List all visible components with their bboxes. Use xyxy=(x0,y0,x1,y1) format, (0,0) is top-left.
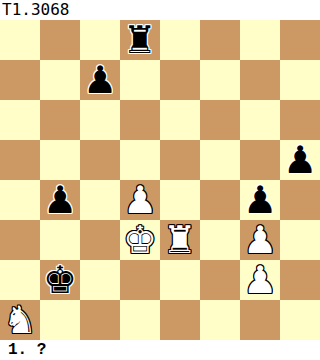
square-f4[interactable] xyxy=(200,180,240,220)
black-king[interactable]: ♚ xyxy=(43,261,77,299)
square-f7[interactable] xyxy=(200,60,240,100)
square-h3[interactable] xyxy=(280,220,320,260)
square-g2[interactable]: ♟ xyxy=(240,260,280,300)
black-rook[interactable]: ♜ xyxy=(123,21,157,59)
square-h5[interactable]: ♟ xyxy=(280,140,320,180)
square-e1[interactable] xyxy=(160,300,200,340)
square-c1[interactable] xyxy=(80,300,120,340)
black-pawn[interactable]: ♟ xyxy=(83,61,117,99)
square-d6[interactable] xyxy=(120,100,160,140)
square-a2[interactable] xyxy=(0,260,40,300)
square-e2[interactable] xyxy=(160,260,200,300)
black-pawn[interactable]: ♟ xyxy=(43,181,77,219)
chess-board: ♜♟♟♟♟♟♚♜♟♚♟♞ xyxy=(0,20,320,340)
square-a7[interactable] xyxy=(0,60,40,100)
square-a1[interactable]: ♞ xyxy=(0,300,40,340)
square-g3[interactable]: ♟ xyxy=(240,220,280,260)
square-c3[interactable] xyxy=(80,220,120,260)
square-b5[interactable] xyxy=(40,140,80,180)
white-pawn[interactable]: ♟ xyxy=(243,221,277,259)
square-d3[interactable]: ♚ xyxy=(120,220,160,260)
square-a5[interactable] xyxy=(0,140,40,180)
square-b7[interactable] xyxy=(40,60,80,100)
square-g1[interactable] xyxy=(240,300,280,340)
square-f5[interactable] xyxy=(200,140,240,180)
square-d1[interactable] xyxy=(120,300,160,340)
square-f3[interactable] xyxy=(200,220,240,260)
white-rook[interactable]: ♜ xyxy=(163,221,197,259)
square-d7[interactable] xyxy=(120,60,160,100)
square-e6[interactable] xyxy=(160,100,200,140)
square-h6[interactable] xyxy=(280,100,320,140)
white-knight[interactable]: ♞ xyxy=(3,301,37,339)
square-f6[interactable] xyxy=(200,100,240,140)
square-d8[interactable]: ♜ xyxy=(120,20,160,60)
square-b4[interactable]: ♟ xyxy=(40,180,80,220)
square-f1[interactable] xyxy=(200,300,240,340)
square-c6[interactable] xyxy=(80,100,120,140)
square-d4[interactable]: ♟ xyxy=(120,180,160,220)
puzzle-title: T1.3068 xyxy=(0,0,320,20)
square-b6[interactable] xyxy=(40,100,80,140)
puzzle-page: T1.3068 ♜♟♟♟♟♟♚♜♟♚♟♞ 1. ? xyxy=(0,0,320,360)
square-g4[interactable]: ♟ xyxy=(240,180,280,220)
square-h8[interactable] xyxy=(280,20,320,60)
square-g6[interactable] xyxy=(240,100,280,140)
square-c4[interactable] xyxy=(80,180,120,220)
square-c2[interactable] xyxy=(80,260,120,300)
square-d2[interactable] xyxy=(120,260,160,300)
square-d5[interactable] xyxy=(120,140,160,180)
square-a6[interactable] xyxy=(0,100,40,140)
square-f8[interactable] xyxy=(200,20,240,60)
square-g7[interactable] xyxy=(240,60,280,100)
square-c8[interactable] xyxy=(80,20,120,60)
square-b2[interactable]: ♚ xyxy=(40,260,80,300)
square-a4[interactable] xyxy=(0,180,40,220)
square-h2[interactable] xyxy=(280,260,320,300)
move-prompt: 1. ? xyxy=(0,340,320,360)
square-c7[interactable]: ♟ xyxy=(80,60,120,100)
square-g8[interactable] xyxy=(240,20,280,60)
square-e3[interactable]: ♜ xyxy=(160,220,200,260)
square-b8[interactable] xyxy=(40,20,80,60)
square-h7[interactable] xyxy=(280,60,320,100)
square-a8[interactable] xyxy=(0,20,40,60)
square-c5[interactable] xyxy=(80,140,120,180)
white-king[interactable]: ♚ xyxy=(123,221,157,259)
square-f2[interactable] xyxy=(200,260,240,300)
square-a3[interactable] xyxy=(0,220,40,260)
white-pawn[interactable]: ♟ xyxy=(243,261,277,299)
square-g5[interactable] xyxy=(240,140,280,180)
square-b1[interactable] xyxy=(40,300,80,340)
square-h4[interactable] xyxy=(280,180,320,220)
black-pawn[interactable]: ♟ xyxy=(243,181,277,219)
black-pawn[interactable]: ♟ xyxy=(283,141,317,179)
white-pawn[interactable]: ♟ xyxy=(123,181,157,219)
square-e8[interactable] xyxy=(160,20,200,60)
square-e4[interactable] xyxy=(160,180,200,220)
square-h1[interactable] xyxy=(280,300,320,340)
square-b3[interactable] xyxy=(40,220,80,260)
square-e7[interactable] xyxy=(160,60,200,100)
square-e5[interactable] xyxy=(160,140,200,180)
